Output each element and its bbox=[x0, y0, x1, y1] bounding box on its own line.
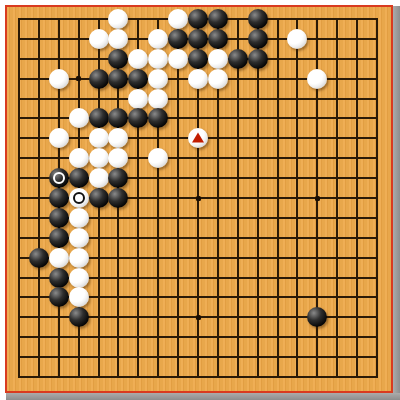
white-stone bbox=[148, 148, 168, 168]
black-stone bbox=[248, 49, 268, 69]
white-stone bbox=[108, 128, 128, 148]
black-stone bbox=[248, 9, 268, 29]
black-stone bbox=[49, 287, 69, 307]
white-stone bbox=[307, 69, 327, 89]
white-stone bbox=[69, 268, 89, 288]
white-stone bbox=[89, 29, 109, 49]
grid-line-vertical bbox=[237, 18, 239, 378]
white-stone bbox=[188, 128, 208, 148]
circle-mark bbox=[53, 172, 65, 184]
grid-line-vertical bbox=[356, 18, 358, 378]
black-stone bbox=[49, 208, 69, 228]
white-stone bbox=[49, 248, 69, 268]
black-stone bbox=[89, 108, 109, 128]
black-stone bbox=[128, 69, 148, 89]
board-right-shadow bbox=[393, 6, 400, 400]
star-point bbox=[76, 76, 81, 81]
black-stone bbox=[148, 108, 168, 128]
black-stone bbox=[208, 29, 228, 49]
black-stone bbox=[228, 49, 248, 69]
white-stone bbox=[148, 69, 168, 89]
white-stone bbox=[69, 108, 89, 128]
triangle-mark bbox=[192, 133, 204, 143]
grid-line-vertical bbox=[257, 18, 259, 378]
white-stone bbox=[89, 168, 109, 188]
black-stone bbox=[208, 9, 228, 29]
white-stone bbox=[89, 128, 109, 148]
black-stone bbox=[89, 188, 109, 208]
black-stone bbox=[69, 168, 89, 188]
white-stone bbox=[108, 29, 128, 49]
grid-line-horizontal bbox=[18, 376, 378, 378]
white-stone bbox=[108, 9, 128, 29]
black-stone bbox=[188, 9, 208, 29]
white-stone bbox=[188, 69, 208, 89]
grid-line-horizontal bbox=[18, 356, 378, 358]
black-stone bbox=[108, 108, 128, 128]
black-stone bbox=[49, 228, 69, 248]
white-stone bbox=[89, 148, 109, 168]
black-stone bbox=[188, 49, 208, 69]
white-stone bbox=[168, 49, 188, 69]
star-point bbox=[196, 315, 201, 320]
black-stone bbox=[49, 188, 69, 208]
white-stone bbox=[69, 208, 89, 228]
white-stone bbox=[148, 49, 168, 69]
star-point bbox=[196, 196, 201, 201]
white-stone bbox=[287, 29, 307, 49]
black-stone bbox=[108, 188, 128, 208]
board-bottom-shadow bbox=[6, 393, 400, 400]
white-stone bbox=[148, 29, 168, 49]
white-stone bbox=[69, 188, 89, 208]
black-stone bbox=[108, 168, 128, 188]
grid-line-vertical bbox=[296, 18, 298, 378]
white-stone bbox=[128, 49, 148, 69]
black-stone bbox=[307, 307, 327, 327]
white-stone bbox=[208, 49, 228, 69]
black-stone bbox=[69, 307, 89, 327]
go-board[interactable] bbox=[0, 0, 400, 400]
star-point bbox=[315, 196, 320, 201]
black-stone bbox=[128, 108, 148, 128]
white-stone bbox=[128, 89, 148, 109]
black-stone bbox=[49, 168, 69, 188]
white-stone bbox=[69, 148, 89, 168]
black-stone bbox=[49, 268, 69, 288]
black-stone bbox=[248, 29, 268, 49]
black-stone bbox=[108, 69, 128, 89]
white-stone bbox=[69, 287, 89, 307]
white-stone bbox=[69, 228, 89, 248]
white-stone bbox=[148, 89, 168, 109]
white-stone bbox=[49, 69, 69, 89]
white-stone bbox=[108, 148, 128, 168]
circle-mark bbox=[73, 192, 85, 204]
grid-line-vertical bbox=[376, 18, 378, 378]
white-stone bbox=[69, 248, 89, 268]
black-stone bbox=[89, 69, 109, 89]
black-stone bbox=[188, 29, 208, 49]
go-diagram-screenshot bbox=[0, 0, 400, 400]
black-stone bbox=[29, 248, 49, 268]
grid-line-vertical bbox=[277, 18, 279, 378]
white-stone bbox=[208, 69, 228, 89]
grid-line-horizontal bbox=[18, 336, 378, 338]
grid-line-vertical bbox=[336, 18, 338, 378]
white-stone bbox=[49, 128, 69, 148]
black-stone bbox=[108, 49, 128, 69]
white-stone bbox=[168, 9, 188, 29]
black-stone bbox=[168, 29, 188, 49]
